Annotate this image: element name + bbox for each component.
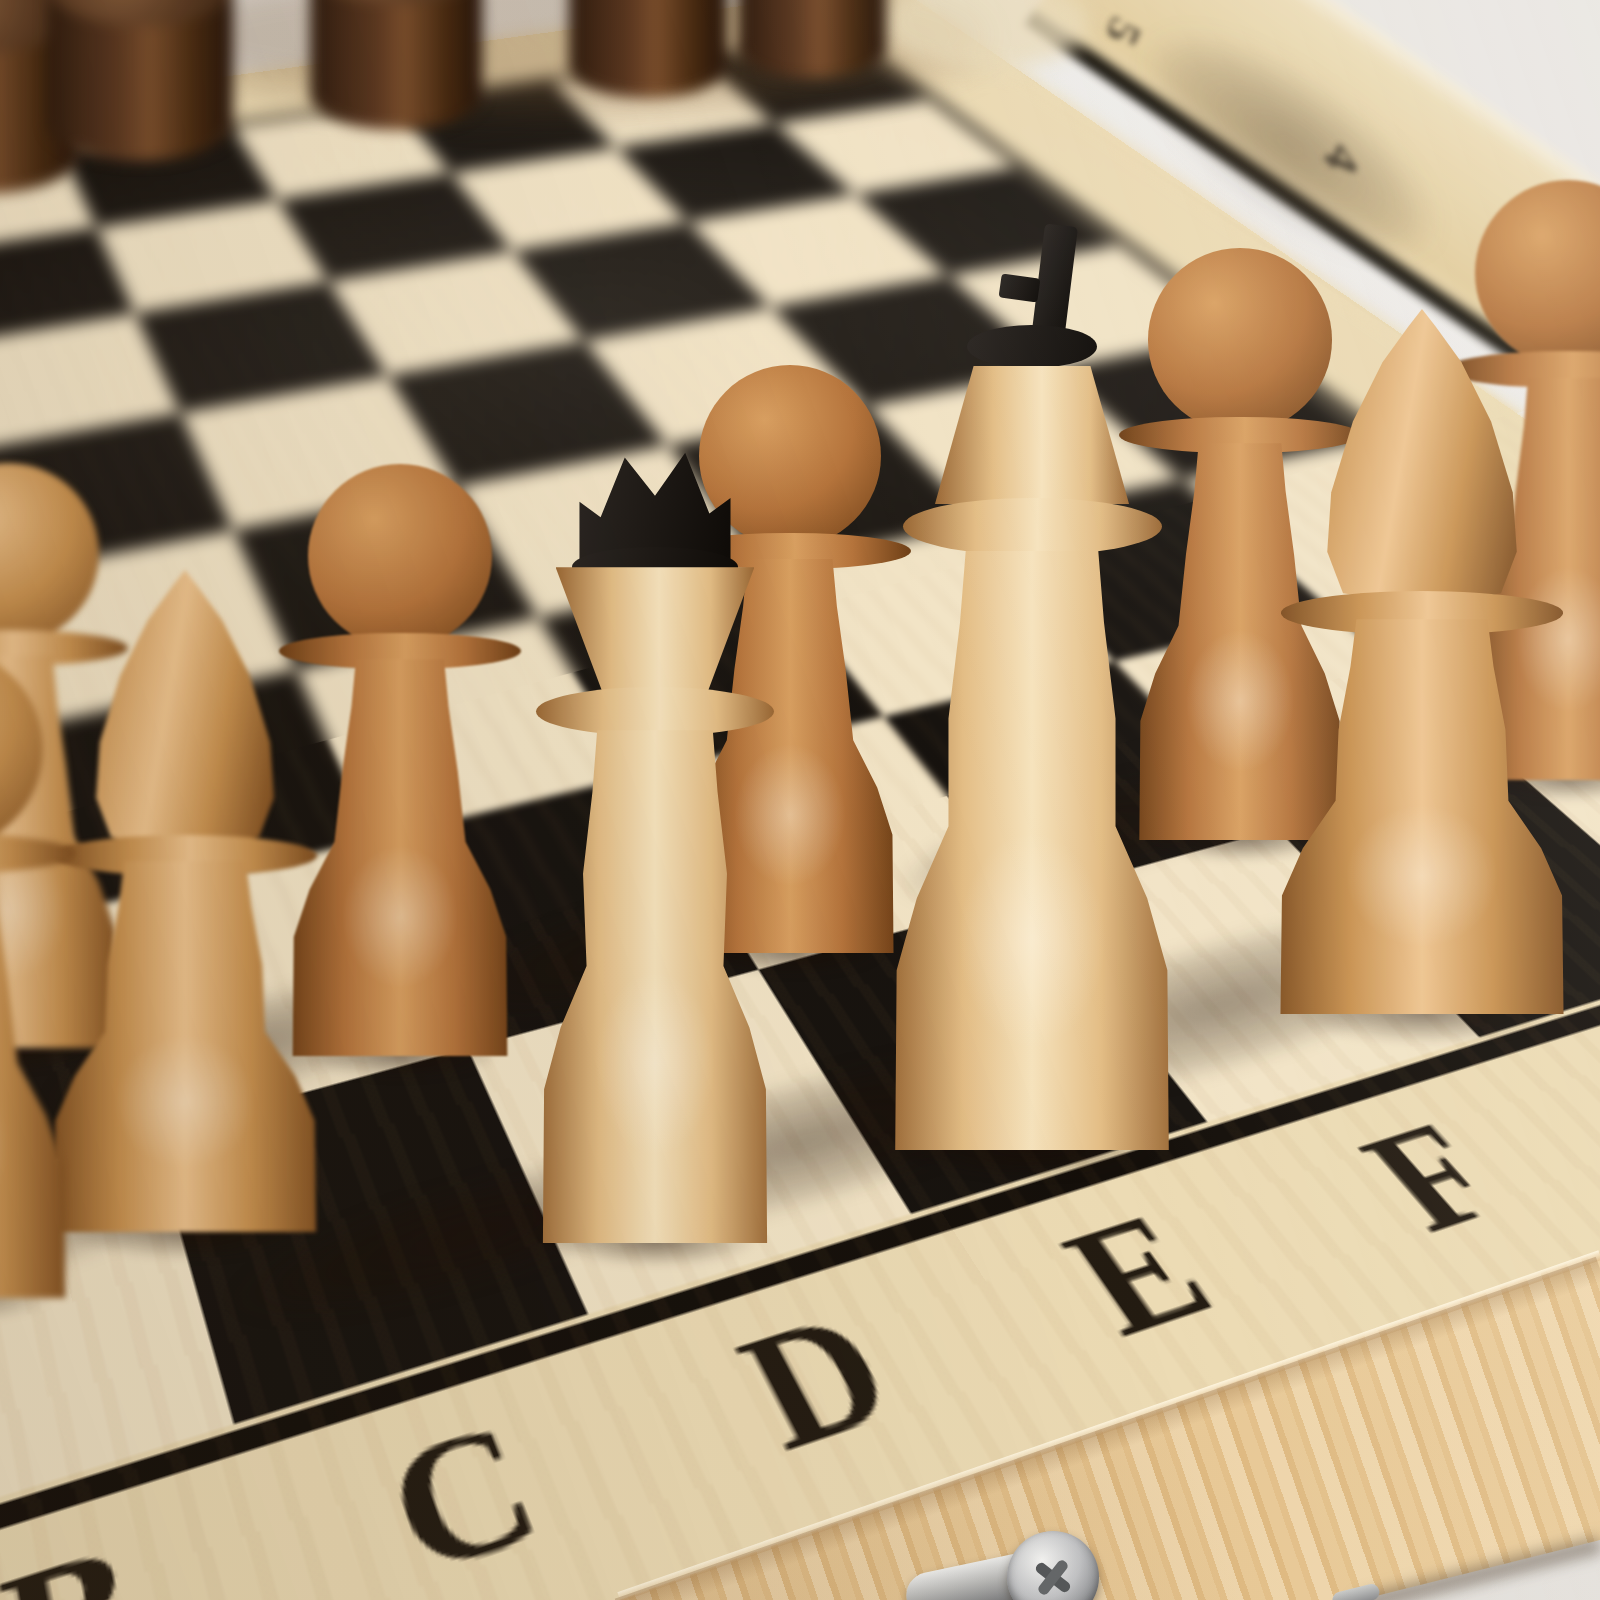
- king-gloss: [934, 820, 1130, 1060]
- queen-gloss: [575, 961, 735, 1166]
- king-black-disc: [967, 325, 1097, 368]
- checker-side: [738, 0, 886, 78]
- white-king-e1: ♚: [824, 225, 1240, 1150]
- knight-collar: [0, 833, 75, 873]
- king-top-cone: [935, 366, 1129, 505]
- king-collar: [903, 498, 1162, 555]
- checker-side: [310, 0, 482, 130]
- white-knight-b1: ♞: [0, 648, 89, 1298]
- queen-cup-top: [556, 567, 755, 694]
- black-checker-2: [48, 0, 233, 161]
- bishop-teardrop: [92, 570, 277, 848]
- knight-head-ball: [0, 648, 43, 850]
- queen-collar: [536, 687, 775, 736]
- bishop-gloss: [91, 1028, 279, 1176]
- king-cross-arm: [998, 273, 1040, 302]
- bishop-gloss: [1321, 797, 1524, 955]
- black-checker-5: [738, 0, 886, 78]
- bishop-teardrop: [1323, 309, 1520, 605]
- photo-scene: ABCDEFGH ABCDEFGH 54 ♟♟♟♝♟♟♚♝♛♞: [0, 0, 1600, 1600]
- white-queen-d1: ♛: [476, 448, 834, 1243]
- knight-gloss: [0, 1058, 30, 1232]
- black-checker-4: [569, 0, 727, 98]
- black-checker-3: [310, 0, 482, 130]
- checker-side: [569, 0, 727, 98]
- white-bishop-f1: ♝: [1258, 309, 1586, 1014]
- pawn-gloss: [323, 838, 477, 997]
